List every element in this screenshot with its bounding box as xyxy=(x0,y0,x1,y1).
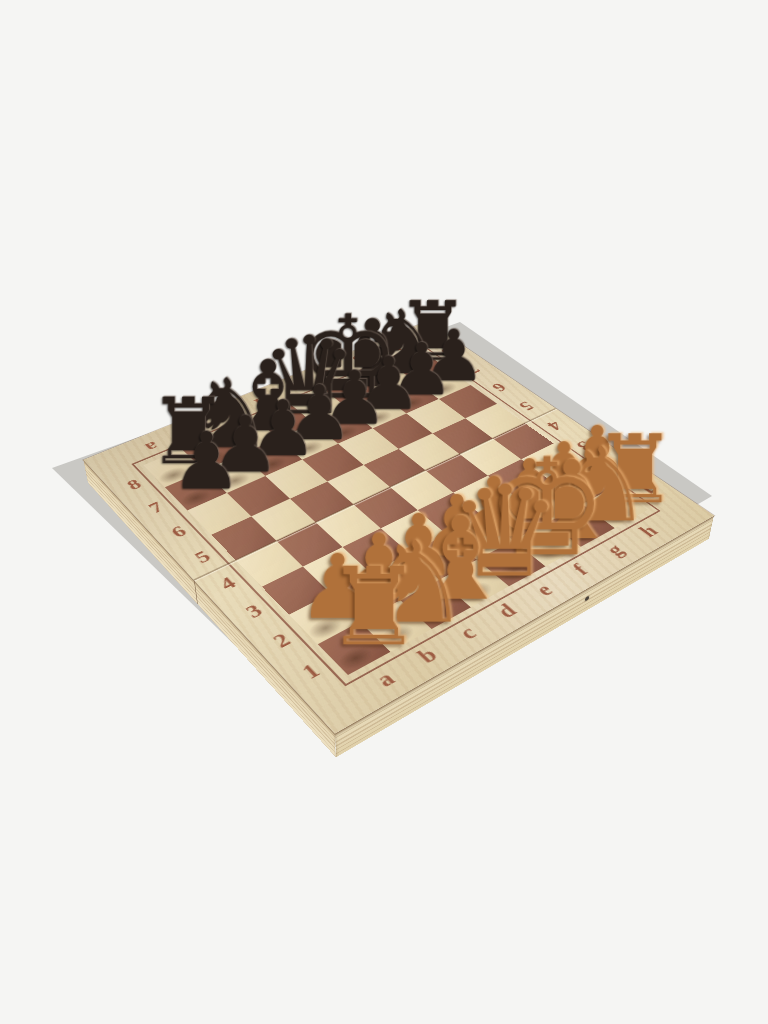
piece-black-knight-b8: ♞ xyxy=(186,366,257,462)
edge-fold-seam xyxy=(194,580,198,605)
square-a6 xyxy=(187,493,251,535)
board-surface: ♜♞♝♛♚♝♞♜♟♟♟♟♟♟♟♟♟♟♟♟♟♟♟♟♜♞♝♛♚♝♞♜ abcdefg… xyxy=(83,321,714,733)
hinge-screw xyxy=(585,596,589,602)
square-h3 xyxy=(521,443,583,481)
square-g3 xyxy=(488,459,551,498)
chess-board: ♜♞♝♛♚♝♞♜♟♟♟♟♟♟♟♟♟♟♟♟♟♟♟♟♜♞♝♛♚♝♞♜ abcdefg… xyxy=(83,321,714,733)
product-photo-stage: ♜♞♝♛♚♝♞♜♟♟♟♟♟♟♟♟♟♟♟♟♟♟♟♟♜♞♝♛♚♝♞♜ abcdefg… xyxy=(0,0,768,1024)
